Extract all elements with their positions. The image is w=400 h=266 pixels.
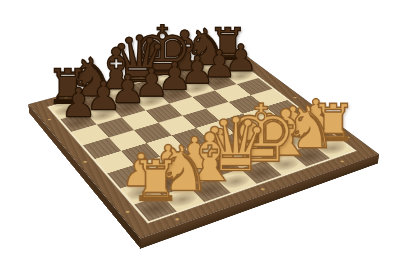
board-tilt-plane: ♜♞♝♛♚♝♞♜♟♟♟♟♟♟♟♟♟♟♟♟♟♟♟♟♜♞♝♛♚♝♞♜ [28,48,378,238]
chess-set-photo: ♜♞♝♛♚♝♞♜♟♟♟♟♟♟♟♟♟♟♟♟♟♟♟♟♜♞♝♛♚♝♞♜ [0,0,400,266]
board-grid: ♜♞♝♛♚♝♞♜♟♟♟♟♟♟♟♟♟♟♟♟♟♟♟♟♜♞♝♛♚♝♞♜ [50,58,353,222]
square-a1: ♜ [134,195,177,221]
black-pawn-icon: ♟ [60,83,96,123]
board-walnut-frame: ♜♞♝♛♚♝♞♜♟♟♟♟♟♟♟♟♟♟♟♟♟♟♟♟♜♞♝♛♚♝♞♜ [28,48,378,238]
board-maple-inlay: ♜♞♝♛♚♝♞♜♟♟♟♟♟♟♟♟♟♟♟♟♟♟♟♟♜♞♝♛♚♝♞♜ [47,56,358,224]
white-rook-icon: ♜ [130,153,181,209]
chess-board: ♜♞♝♛♚♝♞♜♟♟♟♟♟♟♟♟♟♟♟♟♟♟♟♟♜♞♝♛♚♝♞♜ [68,0,324,256]
